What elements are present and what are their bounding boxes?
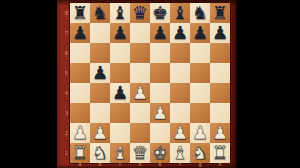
square-f7[interactable]: ♟ bbox=[170, 23, 190, 43]
file-label-d: d bbox=[134, 163, 146, 166]
square-e3[interactable]: ♟ bbox=[150, 103, 170, 123]
white-pawn-g2[interactable]: ♟ bbox=[190, 122, 210, 143]
white-pawn-f2[interactable]: ♟ bbox=[170, 122, 190, 143]
square-b6[interactable] bbox=[90, 43, 110, 63]
white-pawn-d4[interactable]: ♟ bbox=[130, 82, 150, 103]
square-b4[interactable] bbox=[90, 83, 110, 103]
square-a8[interactable]: ♜ bbox=[70, 3, 90, 23]
black-queen-d8[interactable]: ♛ bbox=[130, 2, 150, 23]
square-h6[interactable] bbox=[210, 43, 230, 63]
black-pawn-e7[interactable]: ♟ bbox=[150, 22, 170, 43]
file-label-b: b bbox=[94, 163, 106, 166]
square-b1[interactable]: ♞ bbox=[90, 143, 110, 163]
black-pawn-b5[interactable]: ♟ bbox=[90, 62, 110, 83]
black-rook-a8[interactable]: ♜ bbox=[70, 2, 90, 23]
white-rook-h1[interactable]: ♜ bbox=[210, 142, 230, 163]
white-pawn-h2[interactable]: ♟ bbox=[210, 122, 230, 143]
square-g4[interactable] bbox=[190, 83, 210, 103]
square-c2[interactable] bbox=[110, 123, 130, 143]
square-a5[interactable] bbox=[70, 63, 90, 83]
square-e1[interactable]: ♚ bbox=[150, 143, 170, 163]
letterbox-left bbox=[0, 0, 57, 168]
file-label-c: c bbox=[114, 163, 126, 166]
board-frame: 87654321 ♜♞♝♛♚♝♞♜♟♟♟♟♟♟♟♟♟♟♟♟♟♟♟♜♞♝♛♚♝♞♜… bbox=[57, 0, 237, 168]
square-g2[interactable]: ♟ bbox=[190, 123, 210, 143]
file-label-g: g bbox=[194, 163, 206, 166]
square-a4[interactable] bbox=[70, 83, 90, 103]
black-bishop-f8[interactable]: ♝ bbox=[170, 2, 190, 23]
black-pawn-a7[interactable]: ♟ bbox=[70, 22, 90, 43]
black-rook-h8[interactable]: ♜ bbox=[210, 2, 230, 23]
white-queen-d1[interactable]: ♛ bbox=[130, 142, 150, 163]
square-b3[interactable] bbox=[90, 103, 110, 123]
square-e6[interactable] bbox=[150, 43, 170, 63]
square-f1[interactable]: ♝ bbox=[170, 143, 190, 163]
black-pawn-h7[interactable]: ♟ bbox=[210, 22, 230, 43]
rank-label-2: 2 bbox=[62, 127, 70, 139]
square-g7[interactable]: ♟ bbox=[190, 23, 210, 43]
square-e8[interactable]: ♚ bbox=[150, 3, 170, 23]
square-d1[interactable]: ♛ bbox=[130, 143, 150, 163]
square-b5[interactable]: ♟ bbox=[90, 63, 110, 83]
square-f4[interactable] bbox=[170, 83, 190, 103]
file-label-f: f bbox=[174, 163, 186, 166]
square-e5[interactable] bbox=[150, 63, 170, 83]
file-label-e: e bbox=[154, 163, 166, 166]
square-c4[interactable]: ♟ bbox=[110, 83, 130, 103]
white-knight-b1[interactable]: ♞ bbox=[90, 142, 110, 163]
square-h8[interactable]: ♜ bbox=[210, 3, 230, 23]
white-pawn-a2[interactable]: ♟ bbox=[70, 122, 90, 143]
black-pawn-g7[interactable]: ♟ bbox=[190, 22, 210, 43]
square-f6[interactable] bbox=[170, 43, 190, 63]
chess-board[interactable]: ♜♞♝♛♚♝♞♜♟♟♟♟♟♟♟♟♟♟♟♟♟♟♟♜♞♝♛♚♝♞♜ bbox=[70, 3, 230, 163]
file-label-a: a bbox=[74, 163, 86, 166]
square-a1[interactable]: ♜ bbox=[70, 143, 90, 163]
square-a6[interactable] bbox=[70, 43, 90, 63]
rank-label-4: 4 bbox=[62, 87, 70, 99]
black-pawn-c4[interactable]: ♟ bbox=[110, 82, 130, 103]
square-f2[interactable]: ♟ bbox=[170, 123, 190, 143]
file-label-h: h bbox=[214, 163, 226, 166]
square-d4[interactable]: ♟ bbox=[130, 83, 150, 103]
black-pawn-c7[interactable]: ♟ bbox=[110, 22, 130, 43]
square-f5[interactable] bbox=[170, 63, 190, 83]
white-king-e1[interactable]: ♚ bbox=[150, 142, 170, 163]
white-knight-g1[interactable]: ♞ bbox=[190, 142, 210, 163]
square-b8[interactable]: ♞ bbox=[90, 3, 110, 23]
white-pawn-e3[interactable]: ♟ bbox=[150, 102, 170, 123]
square-c3[interactable] bbox=[110, 103, 130, 123]
rank-label-3: 3 bbox=[62, 107, 70, 119]
square-g1[interactable]: ♞ bbox=[190, 143, 210, 163]
white-bishop-c1[interactable]: ♝ bbox=[110, 142, 130, 163]
square-d6[interactable] bbox=[130, 43, 150, 63]
square-d5[interactable] bbox=[130, 63, 150, 83]
square-d7[interactable] bbox=[130, 23, 150, 43]
square-h5[interactable] bbox=[210, 63, 230, 83]
square-b7[interactable] bbox=[90, 23, 110, 43]
rank-label-7: 7 bbox=[62, 27, 70, 39]
square-a2[interactable]: ♟ bbox=[70, 123, 90, 143]
square-g5[interactable] bbox=[190, 63, 210, 83]
square-h1[interactable]: ♜ bbox=[210, 143, 230, 163]
rank-labels: 87654321 bbox=[57, 3, 70, 163]
rank-label-8: 8 bbox=[62, 7, 70, 19]
chess-app-window: 87654321 ♜♞♝♛♚♝♞♜♟♟♟♟♟♟♟♟♟♟♟♟♟♟♟♜♞♝♛♚♝♞♜… bbox=[0, 0, 300, 168]
square-h2[interactable]: ♟ bbox=[210, 123, 230, 143]
square-f8[interactable]: ♝ bbox=[170, 3, 190, 23]
square-g3[interactable] bbox=[190, 103, 210, 123]
square-a3[interactable] bbox=[70, 103, 90, 123]
square-h3[interactable] bbox=[210, 103, 230, 123]
black-knight-g8[interactable]: ♞ bbox=[190, 2, 210, 23]
square-b2[interactable]: ♟ bbox=[90, 123, 110, 143]
square-d3[interactable] bbox=[130, 103, 150, 123]
white-pawn-b2[interactable]: ♟ bbox=[90, 122, 110, 143]
square-g6[interactable] bbox=[190, 43, 210, 63]
square-f3[interactable] bbox=[170, 103, 190, 123]
square-g8[interactable]: ♞ bbox=[190, 3, 210, 23]
square-c1[interactable]: ♝ bbox=[110, 143, 130, 163]
white-bishop-f1[interactable]: ♝ bbox=[170, 142, 190, 163]
square-d8[interactable]: ♛ bbox=[130, 3, 150, 23]
rank-label-5: 5 bbox=[62, 67, 70, 79]
square-h4[interactable] bbox=[210, 83, 230, 103]
square-d2[interactable] bbox=[130, 123, 150, 143]
square-e7[interactable]: ♟ bbox=[150, 23, 170, 43]
letterbox-right bbox=[237, 0, 300, 168]
square-c5[interactable] bbox=[110, 63, 130, 83]
rank-label-6: 6 bbox=[62, 47, 70, 59]
square-a7[interactable]: ♟ bbox=[70, 23, 90, 43]
square-h7[interactable]: ♟ bbox=[210, 23, 230, 43]
black-pawn-f7[interactable]: ♟ bbox=[170, 22, 190, 43]
black-knight-b8[interactable]: ♞ bbox=[90, 2, 110, 23]
square-e4[interactable] bbox=[150, 83, 170, 103]
square-e2[interactable] bbox=[150, 123, 170, 143]
white-rook-a1[interactable]: ♜ bbox=[70, 142, 90, 163]
square-c8[interactable]: ♝ bbox=[110, 3, 130, 23]
square-c7[interactable]: ♟ bbox=[110, 23, 130, 43]
rank-label-1: 1 bbox=[62, 147, 70, 159]
square-c6[interactable] bbox=[110, 43, 130, 63]
file-labels: abcdefgh bbox=[70, 163, 230, 168]
black-king-e8[interactable]: ♚ bbox=[150, 2, 170, 23]
black-bishop-c8[interactable]: ♝ bbox=[110, 2, 130, 23]
